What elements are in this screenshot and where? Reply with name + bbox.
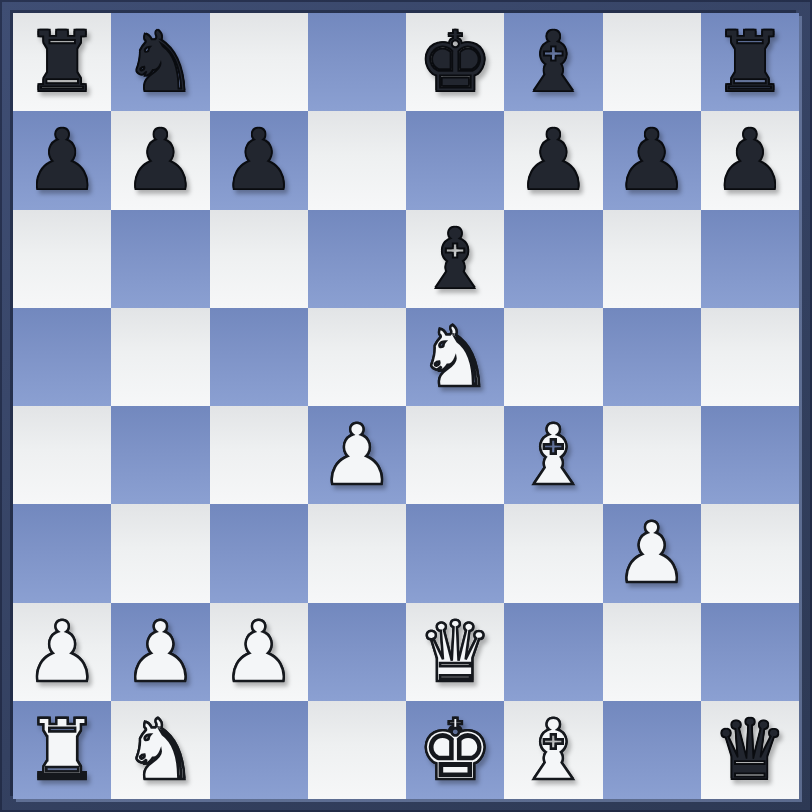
square-b3[interactable] [111, 504, 209, 602]
piece-white-king[interactable]: ♚ [417, 708, 492, 792]
square-c2[interactable]: ♟ [210, 603, 308, 701]
square-e1[interactable]: ♚ [406, 701, 504, 799]
piece-white-knight[interactable]: ♞ [417, 315, 492, 399]
square-h4[interactable] [701, 406, 799, 504]
square-g3[interactable]: ♟ [603, 504, 701, 602]
square-h5[interactable] [701, 308, 799, 406]
piece-white-bishop[interactable]: ♝ [516, 708, 591, 792]
square-a8[interactable]: ♜ [13, 13, 111, 111]
square-d5[interactable] [308, 308, 406, 406]
square-d3[interactable] [308, 504, 406, 602]
square-e2[interactable]: ♛ [406, 603, 504, 701]
square-f3[interactable] [504, 504, 602, 602]
square-d8[interactable] [308, 13, 406, 111]
piece-white-knight[interactable]: ♞ [123, 708, 198, 792]
piece-white-pawn[interactable]: ♟ [614, 511, 689, 595]
square-b5[interactable] [111, 308, 209, 406]
square-b7[interactable]: ♟ [111, 111, 209, 209]
square-a4[interactable] [13, 406, 111, 504]
piece-black-rook[interactable]: ♜ [712, 20, 787, 104]
piece-black-bishop[interactable]: ♝ [417, 217, 492, 301]
chess-board-frame: ♜♞♚♝♜♟♟♟♟♟♟♝♞♟♝♟♟♟♟♛♜♞♚♝♛ [0, 0, 812, 812]
piece-black-queen[interactable]: ♛ [712, 708, 787, 792]
square-b8[interactable]: ♞ [111, 13, 209, 111]
piece-black-pawn[interactable]: ♟ [24, 118, 99, 202]
square-d1[interactable] [308, 701, 406, 799]
square-b6[interactable] [111, 210, 209, 308]
square-f1[interactable]: ♝ [504, 701, 602, 799]
square-a2[interactable]: ♟ [13, 603, 111, 701]
square-d4[interactable]: ♟ [308, 406, 406, 504]
square-g5[interactable] [603, 308, 701, 406]
piece-black-pawn[interactable]: ♟ [516, 118, 591, 202]
square-f4[interactable]: ♝ [504, 406, 602, 504]
square-g4[interactable] [603, 406, 701, 504]
square-g6[interactable] [603, 210, 701, 308]
square-a3[interactable] [13, 504, 111, 602]
square-h6[interactable] [701, 210, 799, 308]
square-h2[interactable] [701, 603, 799, 701]
piece-black-knight[interactable]: ♞ [123, 20, 198, 104]
square-e4[interactable] [406, 406, 504, 504]
square-h1[interactable]: ♛ [701, 701, 799, 799]
piece-black-pawn[interactable]: ♟ [712, 118, 787, 202]
square-d7[interactable] [308, 111, 406, 209]
square-f8[interactable]: ♝ [504, 13, 602, 111]
square-g8[interactable] [603, 13, 701, 111]
square-c8[interactable] [210, 13, 308, 111]
square-g2[interactable] [603, 603, 701, 701]
piece-white-pawn[interactable]: ♟ [221, 610, 296, 694]
square-c3[interactable] [210, 504, 308, 602]
piece-white-pawn[interactable]: ♟ [319, 413, 394, 497]
square-g7[interactable]: ♟ [603, 111, 701, 209]
square-e8[interactable]: ♚ [406, 13, 504, 111]
square-c6[interactable] [210, 210, 308, 308]
piece-black-rook[interactable]: ♜ [24, 20, 99, 104]
piece-white-queen[interactable]: ♛ [417, 610, 492, 694]
square-f2[interactable] [504, 603, 602, 701]
square-d6[interactable] [308, 210, 406, 308]
square-f6[interactable] [504, 210, 602, 308]
square-b1[interactable]: ♞ [111, 701, 209, 799]
piece-white-bishop[interactable]: ♝ [516, 413, 591, 497]
chess-board: ♜♞♚♝♜♟♟♟♟♟♟♝♞♟♝♟♟♟♟♛♜♞♚♝♛ [13, 13, 799, 799]
piece-white-pawn[interactable]: ♟ [24, 610, 99, 694]
square-e6[interactable]: ♝ [406, 210, 504, 308]
piece-black-king[interactable]: ♚ [417, 20, 492, 104]
square-h3[interactable] [701, 504, 799, 602]
square-c5[interactable] [210, 308, 308, 406]
square-e7[interactable] [406, 111, 504, 209]
square-a7[interactable]: ♟ [13, 111, 111, 209]
square-h8[interactable]: ♜ [701, 13, 799, 111]
piece-black-pawn[interactable]: ♟ [614, 118, 689, 202]
square-c1[interactable] [210, 701, 308, 799]
piece-black-pawn[interactable]: ♟ [221, 118, 296, 202]
piece-black-bishop[interactable]: ♝ [516, 20, 591, 104]
square-a1[interactable]: ♜ [13, 701, 111, 799]
square-b4[interactable] [111, 406, 209, 504]
square-b2[interactable]: ♟ [111, 603, 209, 701]
square-e5[interactable]: ♞ [406, 308, 504, 406]
piece-white-pawn[interactable]: ♟ [123, 610, 198, 694]
square-c7[interactable]: ♟ [210, 111, 308, 209]
piece-black-pawn[interactable]: ♟ [123, 118, 198, 202]
square-c4[interactable] [210, 406, 308, 504]
square-a5[interactable] [13, 308, 111, 406]
piece-white-rook[interactable]: ♜ [24, 708, 99, 792]
square-g1[interactable] [603, 701, 701, 799]
square-f5[interactable] [504, 308, 602, 406]
square-h7[interactable]: ♟ [701, 111, 799, 209]
square-e3[interactable] [406, 504, 504, 602]
square-a6[interactable] [13, 210, 111, 308]
square-f7[interactable]: ♟ [504, 111, 602, 209]
square-d2[interactable] [308, 603, 406, 701]
